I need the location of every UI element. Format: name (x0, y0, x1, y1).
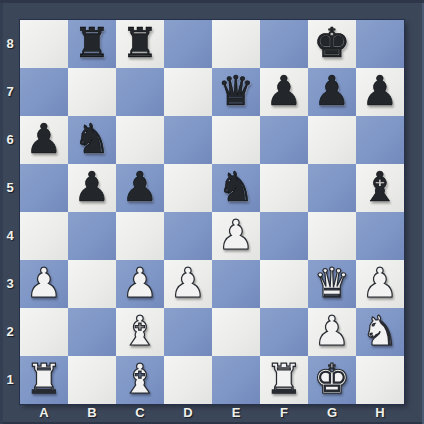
piece-white-pawn-h3[interactable]: ♟ (356, 260, 404, 308)
square-a3[interactable]: ♟ (20, 260, 68, 308)
square-c1[interactable]: ♝ (116, 356, 164, 404)
square-a5[interactable] (20, 164, 68, 212)
square-c5[interactable]: ♟ (116, 164, 164, 212)
square-f3[interactable] (260, 260, 308, 308)
square-b3[interactable] (68, 260, 116, 308)
piece-white-pawn-c3[interactable]: ♟ (116, 260, 164, 308)
square-e6[interactable] (212, 116, 260, 164)
square-a1[interactable]: ♜ (20, 356, 68, 404)
square-b1[interactable] (68, 356, 116, 404)
square-g7[interactable]: ♟ (308, 68, 356, 116)
square-b4[interactable] (68, 212, 116, 260)
piece-white-rook-a1[interactable]: ♜ (20, 356, 68, 404)
piece-black-pawn-c5[interactable]: ♟ (116, 164, 164, 212)
square-e1[interactable] (212, 356, 260, 404)
rank-label-2: 2 (0, 308, 20, 356)
rank-label-8: 8 (0, 20, 20, 68)
file-label-a: A (20, 404, 68, 424)
square-c4[interactable] (116, 212, 164, 260)
square-e2[interactable] (212, 308, 260, 356)
rank-label-1: 1 (0, 356, 20, 404)
square-c6[interactable] (116, 116, 164, 164)
square-a2[interactable] (20, 308, 68, 356)
square-a6[interactable]: ♟ (20, 116, 68, 164)
rank-label-5: 5 (0, 164, 20, 212)
square-d1[interactable] (164, 356, 212, 404)
piece-black-bishop-h5[interactable]: ♝ (356, 164, 404, 212)
rank-label-6: 6 (0, 116, 20, 164)
square-e5[interactable]: ♞ (212, 164, 260, 212)
file-label-g: G (308, 404, 356, 424)
square-b6[interactable]: ♞ (68, 116, 116, 164)
square-f2[interactable] (260, 308, 308, 356)
square-a8[interactable] (20, 20, 68, 68)
piece-black-knight-b6[interactable]: ♞ (68, 116, 116, 164)
file-label-f: F (260, 404, 308, 424)
square-h7[interactable]: ♟ (356, 68, 404, 116)
square-e3[interactable] (212, 260, 260, 308)
square-b5[interactable]: ♟ (68, 164, 116, 212)
square-f1[interactable]: ♜ (260, 356, 308, 404)
square-e8[interactable] (212, 20, 260, 68)
square-g6[interactable] (308, 116, 356, 164)
piece-black-pawn-g7[interactable]: ♟ (308, 68, 356, 116)
piece-black-queen-e7[interactable]: ♛ (212, 68, 260, 116)
square-f8[interactable] (260, 20, 308, 68)
piece-white-pawn-g2[interactable]: ♟ (308, 308, 356, 356)
piece-black-pawn-a6[interactable]: ♟ (20, 116, 68, 164)
square-h3[interactable]: ♟ (356, 260, 404, 308)
square-d7[interactable] (164, 68, 212, 116)
square-f7[interactable]: ♟ (260, 68, 308, 116)
piece-white-king-g1[interactable]: ♚ (308, 356, 356, 404)
piece-black-king-g8[interactable]: ♚ (308, 20, 356, 68)
square-h8[interactable] (356, 20, 404, 68)
square-g3[interactable]: ♛ (308, 260, 356, 308)
piece-black-rook-c8[interactable]: ♜ (116, 20, 164, 68)
file-label-c: C (116, 404, 164, 424)
square-e7[interactable]: ♛ (212, 68, 260, 116)
square-d3[interactable]: ♟ (164, 260, 212, 308)
piece-white-queen-g3[interactable]: ♛ (308, 260, 356, 308)
piece-black-pawn-b5[interactable]: ♟ (68, 164, 116, 212)
square-c3[interactable]: ♟ (116, 260, 164, 308)
square-c8[interactable]: ♜ (116, 20, 164, 68)
square-c2[interactable]: ♝ (116, 308, 164, 356)
square-h4[interactable] (356, 212, 404, 260)
file-label-b: B (68, 404, 116, 424)
square-g4[interactable] (308, 212, 356, 260)
piece-white-pawn-e4[interactable]: ♟ (212, 212, 260, 260)
square-g8[interactable]: ♚ (308, 20, 356, 68)
rank-label-3: 3 (0, 260, 20, 308)
square-a7[interactable] (20, 68, 68, 116)
square-g1[interactable]: ♚ (308, 356, 356, 404)
square-e4[interactable]: ♟ (212, 212, 260, 260)
piece-white-pawn-d3[interactable]: ♟ (164, 260, 212, 308)
piece-white-pawn-a3[interactable]: ♟ (20, 260, 68, 308)
square-d8[interactable] (164, 20, 212, 68)
piece-black-rook-b8[interactable]: ♜ (68, 20, 116, 68)
square-b8[interactable]: ♜ (68, 20, 116, 68)
square-h5[interactable]: ♝ (356, 164, 404, 212)
rank-label-4: 4 (0, 212, 20, 260)
square-f4[interactable] (260, 212, 308, 260)
square-d6[interactable] (164, 116, 212, 164)
piece-black-knight-e5[interactable]: ♞ (212, 164, 260, 212)
square-g5[interactable] (308, 164, 356, 212)
square-d4[interactable] (164, 212, 212, 260)
square-f5[interactable] (260, 164, 308, 212)
square-d2[interactable] (164, 308, 212, 356)
square-b2[interactable] (68, 308, 116, 356)
file-label-d: D (164, 404, 212, 424)
piece-black-pawn-f7[interactable]: ♟ (260, 68, 308, 116)
square-h2[interactable]: ♞ (356, 308, 404, 356)
square-h6[interactable] (356, 116, 404, 164)
piece-black-pawn-h7[interactable]: ♟ (356, 68, 404, 116)
file-label-h: H (356, 404, 404, 424)
square-b7[interactable] (68, 68, 116, 116)
piece-white-bishop-c1[interactable]: ♝ (116, 356, 164, 404)
piece-white-bishop-c2[interactable]: ♝ (116, 308, 164, 356)
file-label-e: E (212, 404, 260, 424)
square-d5[interactable] (164, 164, 212, 212)
square-f6[interactable] (260, 116, 308, 164)
square-g2[interactable]: ♟ (308, 308, 356, 356)
rank-label-7: 7 (0, 68, 20, 116)
square-c7[interactable] (116, 68, 164, 116)
piece-white-rook-f1[interactable]: ♜ (260, 356, 308, 404)
chessboard-frame: ♜♜♚♛♟♟♟♟♞♟♟♞♝♟♟♟♟♛♟♝♟♞♜♝♜♚ 87654321ABCDE… (0, 0, 424, 424)
square-a4[interactable] (20, 212, 68, 260)
chessboard: ♜♜♚♛♟♟♟♟♞♟♟♞♝♟♟♟♟♛♟♝♟♞♜♝♜♚ (20, 20, 404, 404)
piece-white-knight-h2[interactable]: ♞ (356, 308, 404, 356)
square-h1[interactable] (356, 356, 404, 404)
